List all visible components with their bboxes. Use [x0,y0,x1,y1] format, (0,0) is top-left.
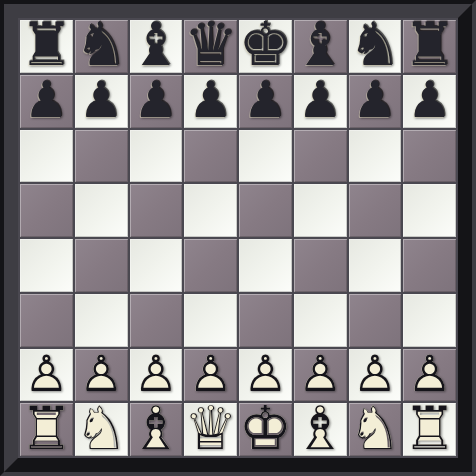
piece-black-pawn[interactable]: ♟ [349,75,402,128]
square-c8[interactable]: ♝ [130,20,183,73]
square-f6[interactable] [294,130,347,183]
square-a8[interactable]: ♜ [20,20,73,73]
square-d4[interactable] [184,239,237,292]
piece-black-rook[interactable]: ♜ [403,20,456,73]
square-a3[interactable] [20,294,73,347]
square-e8[interactable]: ♚ [239,20,292,73]
board-frame: ♜♞♝♛♚♝♞♜♟♟♟♟♟♟♟♟♟♙♟♙♟♙♟♙♟♙♟♙♟♙♟♙♜♖♞♘♝♗♛♕… [0,0,476,476]
square-e6[interactable] [239,130,292,183]
piece-black-rook[interactable]: ♜ [20,20,73,73]
square-d3[interactable] [184,294,237,347]
square-g6[interactable] [349,130,402,183]
square-b5[interactable] [75,184,128,237]
square-a5[interactable] [20,184,73,237]
black-bishop-glyph: ♝ [294,18,347,71]
square-h7[interactable]: ♟ [403,75,456,128]
square-f7[interactable]: ♟ [294,75,347,128]
square-c6[interactable] [130,130,183,183]
piece-black-pawn[interactable]: ♟ [130,75,183,128]
black-pawn-glyph: ♟ [184,74,237,127]
square-d7[interactable]: ♟ [184,75,237,128]
white-knight-outline: ♘ [349,401,402,454]
square-h4[interactable] [403,239,456,292]
square-g4[interactable] [349,239,402,292]
square-a7[interactable]: ♟ [20,75,73,128]
square-c7[interactable]: ♟ [130,75,183,128]
square-d8[interactable]: ♛ [184,20,237,73]
square-b3[interactable] [75,294,128,347]
black-rook-glyph: ♜ [403,18,456,71]
square-f5[interactable] [294,184,347,237]
piece-black-queen[interactable]: ♛ [184,20,237,73]
piece-black-pawn[interactable]: ♟ [294,75,347,128]
black-pawn-glyph: ♟ [403,74,456,127]
black-king-glyph: ♚ [239,18,292,71]
square-g3[interactable] [349,294,402,347]
square-d5[interactable] [184,184,237,237]
white-knight-outline: ♘ [75,401,128,454]
black-pawn-glyph: ♟ [75,74,128,127]
black-pawn-glyph: ♟ [294,74,347,127]
square-e1[interactable]: ♚♔ [239,403,292,456]
piece-white-king[interactable]: ♚♔ [239,403,292,456]
piece-black-bishop[interactable]: ♝ [130,20,183,73]
square-a6[interactable] [20,130,73,183]
square-b1[interactable]: ♞♘ [75,403,128,456]
square-f4[interactable] [294,239,347,292]
black-rook-glyph: ♜ [20,18,73,71]
black-bishop-glyph: ♝ [130,18,183,71]
square-h6[interactable] [403,130,456,183]
piece-black-knight[interactable]: ♞ [75,20,128,73]
piece-white-rook[interactable]: ♜♖ [20,403,73,456]
piece-black-knight[interactable]: ♞ [349,20,402,73]
square-b6[interactable] [75,130,128,183]
square-c3[interactable] [130,294,183,347]
square-h8[interactable]: ♜ [403,20,456,73]
white-rook-outline: ♖ [403,401,456,454]
square-e5[interactable] [239,184,292,237]
piece-white-bishop[interactable]: ♝♗ [130,403,183,456]
square-a1[interactable]: ♜♖ [20,403,73,456]
piece-white-bishop[interactable]: ♝♗ [294,403,347,456]
piece-white-knight[interactable]: ♞♘ [349,403,402,456]
square-h1[interactable]: ♜♖ [403,403,456,456]
square-g8[interactable]: ♞ [349,20,402,73]
piece-black-pawn[interactable]: ♟ [239,75,292,128]
piece-white-knight[interactable]: ♞♘ [75,403,128,456]
white-rook-outline: ♖ [20,401,73,454]
piece-black-pawn[interactable]: ♟ [20,75,73,128]
square-d1[interactable]: ♛♕ [184,403,237,456]
piece-black-king[interactable]: ♚ [239,20,292,73]
square-g5[interactable] [349,184,402,237]
white-bishop-outline: ♗ [130,401,183,454]
piece-black-pawn[interactable]: ♟ [184,75,237,128]
board-frame-inner: ♜♞♝♛♚♝♞♜♟♟♟♟♟♟♟♟♟♙♟♙♟♙♟♙♟♙♟♙♟♙♟♙♜♖♞♘♝♗♛♕… [4,4,472,472]
white-bishop-outline: ♗ [294,401,347,454]
piece-white-queen[interactable]: ♛♕ [184,403,237,456]
square-f3[interactable] [294,294,347,347]
piece-black-pawn[interactable]: ♟ [75,75,128,128]
square-h5[interactable] [403,184,456,237]
piece-black-bishop[interactable]: ♝ [294,20,347,73]
chess-board[interactable]: ♜♞♝♛♚♝♞♜♟♟♟♟♟♟♟♟♟♙♟♙♟♙♟♙♟♙♟♙♟♙♟♙♜♖♞♘♝♗♛♕… [18,18,458,458]
black-knight-glyph: ♞ [75,18,128,71]
square-h3[interactable] [403,294,456,347]
square-f1[interactable]: ♝♗ [294,403,347,456]
square-b4[interactable] [75,239,128,292]
square-g1[interactable]: ♞♘ [349,403,402,456]
black-pawn-glyph: ♟ [239,74,292,127]
piece-white-rook[interactable]: ♜♖ [403,403,456,456]
square-b8[interactable]: ♞ [75,20,128,73]
square-e4[interactable] [239,239,292,292]
square-a4[interactable] [20,239,73,292]
black-knight-glyph: ♞ [349,18,402,71]
white-queen-outline: ♕ [184,401,237,454]
square-e3[interactable] [239,294,292,347]
square-d6[interactable] [184,130,237,183]
black-queen-glyph: ♛ [184,18,237,71]
square-c1[interactable]: ♝♗ [130,403,183,456]
black-pawn-glyph: ♟ [130,74,183,127]
square-b7[interactable]: ♟ [75,75,128,128]
piece-black-pawn[interactable]: ♟ [403,75,456,128]
square-c5[interactable] [130,184,183,237]
black-pawn-glyph: ♟ [349,74,402,127]
square-e7[interactable]: ♟ [239,75,292,128]
square-c4[interactable] [130,239,183,292]
square-g7[interactable]: ♟ [349,75,402,128]
white-king-outline: ♔ [239,401,292,454]
square-f8[interactable]: ♝ [294,20,347,73]
black-pawn-glyph: ♟ [20,74,73,127]
